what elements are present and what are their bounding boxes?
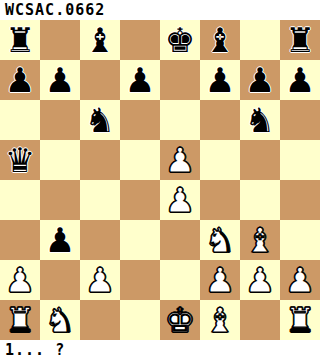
square-h3[interactable]	[280, 220, 320, 260]
square-d7[interactable]: ♟	[120, 60, 160, 100]
black-bishop-piece: ♝	[85, 20, 115, 60]
square-h6[interactable]	[280, 100, 320, 140]
white-pawn-piece: ♟	[165, 140, 195, 180]
square-d5[interactable]	[120, 140, 160, 180]
square-g3[interactable]: ♝	[240, 220, 280, 260]
square-f6[interactable]	[200, 100, 240, 140]
square-h1[interactable]: ♜	[280, 300, 320, 340]
square-c4[interactable]	[80, 180, 120, 220]
square-c2[interactable]: ♟	[80, 260, 120, 300]
square-d1[interactable]	[120, 300, 160, 340]
black-knight-piece: ♞	[85, 100, 115, 140]
black-queen-piece: ♛	[5, 140, 35, 180]
chess-app-window: WCSAC.0662 ♜♝♚♝♜♟♟♟♟♟♟♞♞♛♟♟♟♞♝♟♟♟♟♟♜♞♚♝♜…	[0, 0, 320, 360]
square-f4[interactable]	[200, 180, 240, 220]
black-knight-piece: ♞	[245, 100, 275, 140]
black-rook-piece: ♜	[285, 20, 315, 60]
square-d3[interactable]	[120, 220, 160, 260]
square-e7[interactable]	[160, 60, 200, 100]
square-g5[interactable]	[240, 140, 280, 180]
square-g4[interactable]	[240, 180, 280, 220]
black-king-piece: ♚	[165, 20, 195, 60]
square-e6[interactable]	[160, 100, 200, 140]
square-f5[interactable]	[200, 140, 240, 180]
black-pawn-piece: ♟	[125, 60, 155, 100]
square-a7[interactable]: ♟	[0, 60, 40, 100]
white-pawn-piece: ♟	[245, 260, 275, 300]
square-e2[interactable]	[160, 260, 200, 300]
white-bishop-piece: ♝	[245, 220, 275, 260]
square-d6[interactable]	[120, 100, 160, 140]
square-a4[interactable]	[0, 180, 40, 220]
square-a8[interactable]: ♜	[0, 20, 40, 60]
white-rook-piece: ♜	[285, 300, 315, 340]
black-pawn-piece: ♟	[245, 60, 275, 100]
square-c5[interactable]	[80, 140, 120, 180]
square-b6[interactable]	[40, 100, 80, 140]
black-bishop-piece: ♝	[205, 20, 235, 60]
white-king-piece: ♚	[165, 300, 195, 340]
square-f3[interactable]: ♞	[200, 220, 240, 260]
square-e3[interactable]	[160, 220, 200, 260]
white-pawn-piece: ♟	[85, 260, 115, 300]
square-b5[interactable]	[40, 140, 80, 180]
square-d2[interactable]	[120, 260, 160, 300]
move-prompt: 1... ?	[0, 340, 320, 360]
black-pawn-piece: ♟	[45, 220, 75, 260]
square-b3[interactable]: ♟	[40, 220, 80, 260]
white-pawn-piece: ♟	[205, 260, 235, 300]
square-f8[interactable]: ♝	[200, 20, 240, 60]
white-rook-piece: ♜	[5, 300, 35, 340]
puzzle-title: WCSAC.0662	[0, 0, 320, 20]
square-a2[interactable]: ♟	[0, 260, 40, 300]
black-pawn-piece: ♟	[285, 60, 315, 100]
square-d4[interactable]	[120, 180, 160, 220]
square-e1[interactable]: ♚	[160, 300, 200, 340]
white-pawn-piece: ♟	[165, 180, 195, 220]
square-e4[interactable]: ♟	[160, 180, 200, 220]
white-pawn-piece: ♟	[5, 260, 35, 300]
square-f7[interactable]: ♟	[200, 60, 240, 100]
square-g7[interactable]: ♟	[240, 60, 280, 100]
square-h2[interactable]: ♟	[280, 260, 320, 300]
square-d8[interactable]	[120, 20, 160, 60]
square-f1[interactable]: ♝	[200, 300, 240, 340]
white-pawn-piece: ♟	[285, 260, 315, 300]
square-b7[interactable]: ♟	[40, 60, 80, 100]
square-h7[interactable]: ♟	[280, 60, 320, 100]
white-bishop-piece: ♝	[205, 300, 235, 340]
square-c3[interactable]	[80, 220, 120, 260]
black-pawn-piece: ♟	[5, 60, 35, 100]
black-pawn-piece: ♟	[205, 60, 235, 100]
black-rook-piece: ♜	[5, 20, 35, 60]
black-pawn-piece: ♟	[45, 60, 75, 100]
square-g2[interactable]: ♟	[240, 260, 280, 300]
square-e5[interactable]: ♟	[160, 140, 200, 180]
square-e8[interactable]: ♚	[160, 20, 200, 60]
square-g1[interactable]	[240, 300, 280, 340]
square-g8[interactable]	[240, 20, 280, 60]
white-knight-piece: ♞	[45, 300, 75, 340]
square-h4[interactable]	[280, 180, 320, 220]
square-c7[interactable]	[80, 60, 120, 100]
square-a6[interactable]	[0, 100, 40, 140]
square-b2[interactable]	[40, 260, 80, 300]
square-a5[interactable]: ♛	[0, 140, 40, 180]
square-b8[interactable]	[40, 20, 80, 60]
square-a1[interactable]: ♜	[0, 300, 40, 340]
white-knight-piece: ♞	[205, 220, 235, 260]
square-c1[interactable]	[80, 300, 120, 340]
square-c6[interactable]: ♞	[80, 100, 120, 140]
square-b4[interactable]	[40, 180, 80, 220]
square-f2[interactable]: ♟	[200, 260, 240, 300]
square-a3[interactable]	[0, 220, 40, 260]
square-g6[interactable]: ♞	[240, 100, 280, 140]
square-h8[interactable]: ♜	[280, 20, 320, 60]
square-h5[interactable]	[280, 140, 320, 180]
chess-board: ♜♝♚♝♜♟♟♟♟♟♟♞♞♛♟♟♟♞♝♟♟♟♟♟♜♞♚♝♜	[0, 20, 320, 340]
square-c8[interactable]: ♝	[80, 20, 120, 60]
square-b1[interactable]: ♞	[40, 300, 80, 340]
